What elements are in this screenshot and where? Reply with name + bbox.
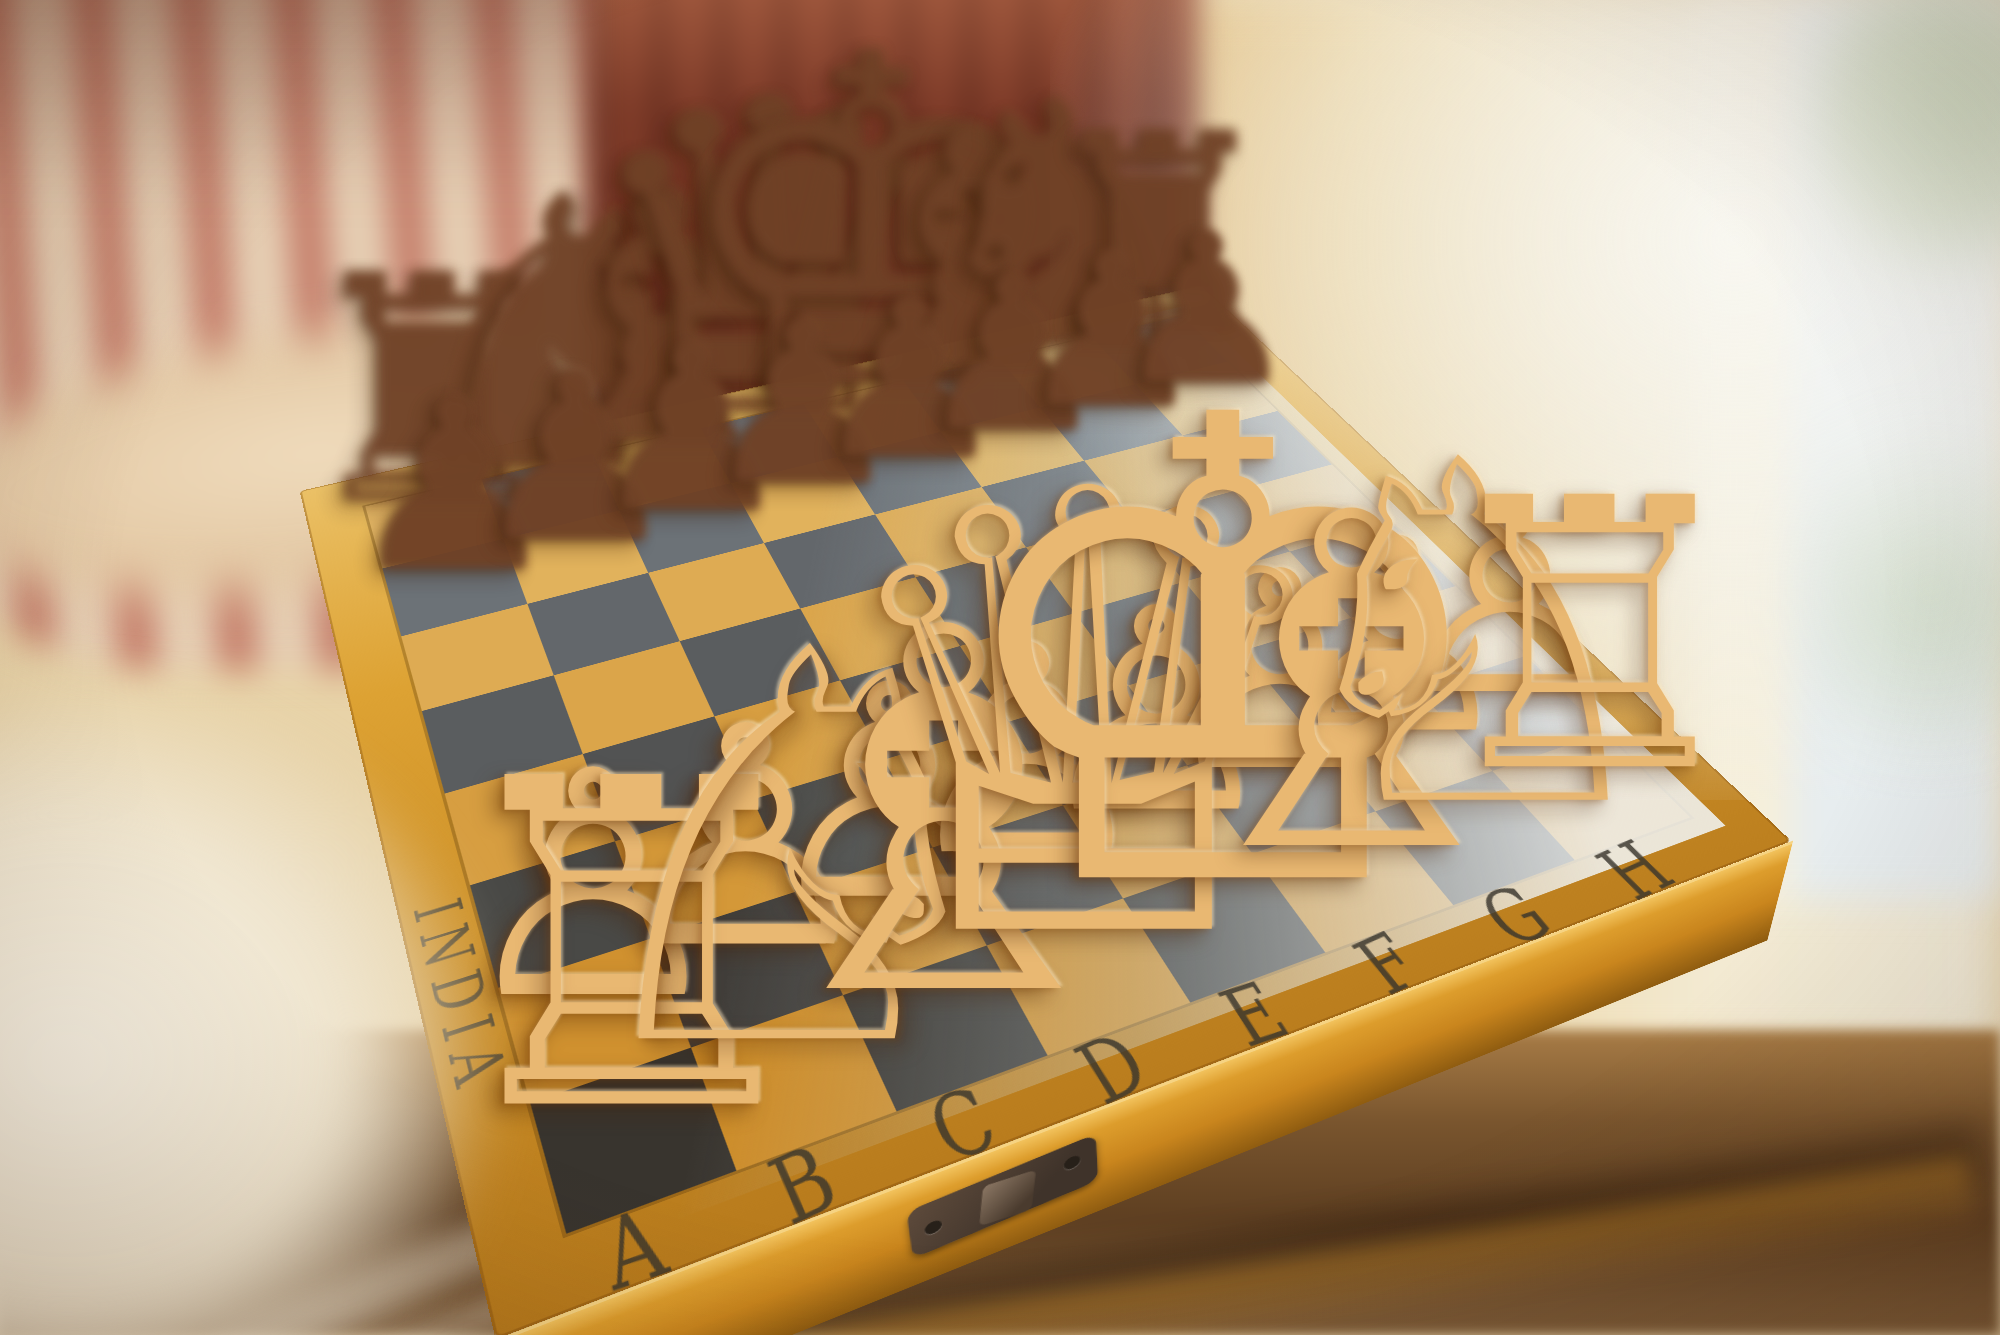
latch-screw xyxy=(924,1218,943,1236)
white-rook-h1[interactable]: ♖ xyxy=(1423,451,1757,824)
latch-screw xyxy=(1064,1153,1081,1171)
photo-chessboard-scene: ABCDEFGH INDIA ♜♞♝♛♚♝♞♜♟♟♟♟♟♟♟♟♙♙♙♙♙♙♙♙♖… xyxy=(0,0,2000,1335)
latch-hasp xyxy=(979,1169,1036,1226)
